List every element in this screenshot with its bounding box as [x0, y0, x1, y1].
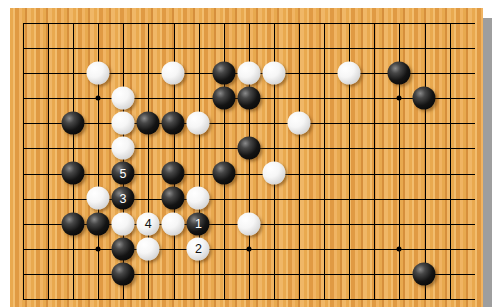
stone-white[interactable] [338, 61, 361, 84]
star-point [246, 246, 251, 251]
stone-white[interactable] [112, 212, 135, 235]
stone-white[interactable] [187, 112, 210, 135]
stone-black[interactable] [237, 87, 260, 110]
stone-black[interactable] [388, 61, 411, 84]
move-number-label: 4 [145, 217, 152, 230]
stone-black[interactable] [212, 162, 235, 185]
go-app-view: 53412 [0, 0, 500, 307]
stone-white[interactable] [87, 187, 110, 210]
stone-white-move-2[interactable]: 2 [187, 237, 210, 260]
stone-black[interactable] [162, 187, 185, 210]
stone-white[interactable] [112, 87, 135, 110]
stone-black-move-5[interactable]: 5 [112, 162, 135, 185]
stone-white[interactable] [262, 162, 285, 185]
stone-white[interactable] [87, 61, 110, 84]
stone-black[interactable] [212, 61, 235, 84]
stone-black[interactable] [162, 162, 185, 185]
stone-black[interactable] [413, 87, 436, 110]
stone-white[interactable] [237, 212, 260, 235]
stone-black[interactable] [137, 112, 160, 135]
stone-black[interactable] [112, 237, 135, 260]
stone-black[interactable] [413, 262, 436, 285]
stone-black[interactable] [61, 112, 84, 135]
star-point [96, 246, 101, 251]
stone-black[interactable] [61, 162, 84, 185]
stone-white[interactable] [262, 61, 285, 84]
stone-black[interactable] [112, 262, 135, 285]
move-number-label: 2 [195, 242, 202, 255]
stone-black[interactable] [237, 137, 260, 160]
star-point [96, 96, 101, 101]
move-number-label: 5 [120, 167, 127, 180]
stone-white[interactable] [112, 112, 135, 135]
stone-black[interactable] [61, 212, 84, 235]
stone-white[interactable] [287, 112, 310, 135]
stone-black[interactable] [212, 87, 235, 110]
stone-white[interactable] [137, 237, 160, 260]
stone-white[interactable] [162, 61, 185, 84]
stone-black[interactable] [87, 212, 110, 235]
stone-black-move-1[interactable]: 1 [187, 212, 210, 235]
move-number-label: 1 [195, 217, 202, 230]
stone-white[interactable] [237, 61, 260, 84]
go-board: 53412 [10, 8, 483, 307]
stone-white[interactable] [112, 137, 135, 160]
star-point [397, 96, 402, 101]
stone-black[interactable] [162, 112, 185, 135]
stone-white[interactable] [187, 187, 210, 210]
stone-black-move-3[interactable]: 3 [112, 187, 135, 210]
star-point [397, 246, 402, 251]
move-number-label: 3 [120, 192, 127, 205]
stone-white[interactable] [162, 212, 185, 235]
stone-white-move-4[interactable]: 4 [137, 212, 160, 235]
